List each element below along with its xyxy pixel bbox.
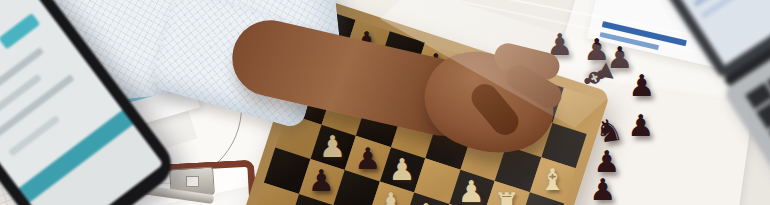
screen-text-bar (701, 0, 770, 18)
chess-piece-black-pawn: ♟ (354, 143, 381, 173)
chess-piece-white-pawn: ♟ (378, 189, 405, 205)
chess-photo-scene: ♟♟♟♝♟♟♟♟♜♟♟♟ ♟♟♟♝♟♟♞♟♟ (0, 0, 770, 205)
chess-piece-black-pawn: ♟ (308, 167, 335, 197)
chess-piece-white-pawn: ♟ (389, 155, 416, 185)
screen-text-bar (693, 0, 770, 7)
chess-piece-white-pawn: ♟ (458, 177, 485, 205)
chess-piece-white-pawn: ♟ (320, 132, 347, 162)
chess-piece-white-pawn: ♟ (412, 201, 439, 205)
chess-piece-white-bishop: ♝ (539, 165, 566, 195)
clipboard-clip-hole (186, 176, 199, 187)
phone-teal-button (0, 13, 40, 49)
chess-piece-white-rook: ♜ (493, 188, 520, 205)
